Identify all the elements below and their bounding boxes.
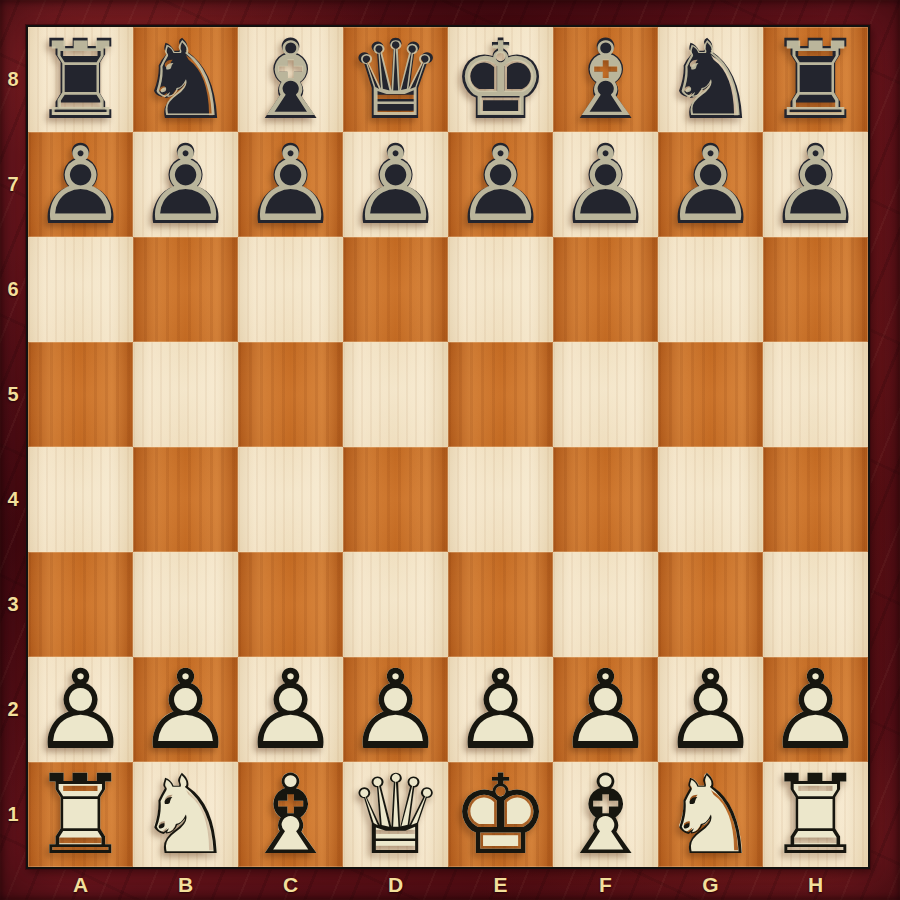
piece-white-queen[interactable]: ♛♕: [343, 762, 448, 867]
square-f5[interactable]: [553, 342, 658, 447]
square-e6[interactable]: [448, 237, 553, 342]
white-queen-detail-glyph: ♕: [343, 762, 448, 867]
piece-black-pawn[interactable]: ♟♙: [448, 132, 553, 237]
piece-black-knight[interactable]: ♞♘: [133, 27, 238, 132]
white-pawn-detail-glyph: ♙: [448, 657, 553, 762]
piece-white-bishop[interactable]: ♝♗: [553, 762, 658, 867]
piece-white-pawn[interactable]: ♟♙: [238, 657, 343, 762]
square-a4[interactable]: [28, 447, 133, 552]
piece-white-king[interactable]: ♚♔: [448, 762, 553, 867]
piece-white-pawn[interactable]: ♟♙: [448, 657, 553, 762]
square-b2[interactable]: ♟♙: [133, 657, 238, 762]
black-knight-detail-glyph: ♘: [662, 31, 760, 129]
square-g4[interactable]: [658, 447, 763, 552]
square-g8[interactable]: ♞♘: [658, 27, 763, 132]
square-a1[interactable]: ♜♖: [28, 762, 133, 867]
square-d1[interactable]: ♛♕: [343, 762, 448, 867]
piece-black-pawn[interactable]: ♟♙: [28, 132, 133, 237]
square-b4[interactable]: [133, 447, 238, 552]
piece-white-pawn[interactable]: ♟♙: [133, 657, 238, 762]
square-e2[interactable]: ♟♙: [448, 657, 553, 762]
square-f6[interactable]: [553, 237, 658, 342]
square-f2[interactable]: ♟♙: [553, 657, 658, 762]
rank-label-4: 4: [0, 447, 26, 552]
black-knight-detail-glyph: ♘: [137, 31, 235, 129]
square-e1[interactable]: ♚♔: [448, 762, 553, 867]
black-queen-detail-glyph: ♕: [347, 31, 445, 129]
square-e3[interactable]: [448, 552, 553, 657]
piece-black-pawn[interactable]: ♟♙: [553, 132, 658, 237]
square-a8[interactable]: ♜♖: [28, 27, 133, 132]
square-f7[interactable]: ♟♙: [553, 132, 658, 237]
piece-white-pawn[interactable]: ♟♙: [763, 657, 868, 762]
black-bishop-detail-glyph: ♗: [557, 31, 655, 129]
white-king-detail-glyph: ♔: [448, 762, 553, 867]
square-e7[interactable]: ♟♙: [448, 132, 553, 237]
square-h5[interactable]: [763, 342, 868, 447]
square-d5[interactable]: [343, 342, 448, 447]
square-g7[interactable]: ♟♙: [658, 132, 763, 237]
piece-white-pawn[interactable]: ♟♙: [28, 657, 133, 762]
square-d6[interactable]: [343, 237, 448, 342]
square-a6[interactable]: [28, 237, 133, 342]
square-c3[interactable]: [238, 552, 343, 657]
piece-black-pawn[interactable]: ♟♙: [133, 132, 238, 237]
piece-black-knight[interactable]: ♞♘: [658, 27, 763, 132]
square-h7[interactable]: ♟♙: [763, 132, 868, 237]
black-pawn-detail-glyph: ♙: [452, 136, 550, 234]
rank-label-8: 8: [0, 27, 26, 132]
square-c8[interactable]: ♝♗: [238, 27, 343, 132]
square-d4[interactable]: [343, 447, 448, 552]
black-pawn-detail-glyph: ♙: [347, 136, 445, 234]
black-rook-detail-glyph: ♖: [767, 31, 865, 129]
square-e4[interactable]: [448, 447, 553, 552]
piece-white-bishop[interactable]: ♝♗: [238, 762, 343, 867]
black-pawn-detail-glyph: ♙: [557, 136, 655, 234]
square-f1[interactable]: ♝♗: [553, 762, 658, 867]
square-b6[interactable]: [133, 237, 238, 342]
chess-board: ♜♖♞♘♝♗♛♕♚♔♝♗♞♘♜♖♟♙♟♙♟♙♟♙♟♙♟♙♟♙♟♙♟♙♟♙♟♙♟♙…: [26, 25, 870, 869]
square-e5[interactable]: [448, 342, 553, 447]
piece-black-rook[interactable]: ♜♖: [763, 27, 868, 132]
rank-label-6: 6: [0, 237, 26, 342]
square-g6[interactable]: [658, 237, 763, 342]
white-knight-detail-glyph: ♘: [658, 762, 763, 867]
piece-white-pawn[interactable]: ♟♙: [343, 657, 448, 762]
square-a7[interactable]: ♟♙: [28, 132, 133, 237]
black-pawn-detail-glyph: ♙: [137, 136, 235, 234]
white-pawn-detail-glyph: ♙: [343, 657, 448, 762]
square-h8[interactable]: ♜♖: [763, 27, 868, 132]
square-d8[interactable]: ♛♕: [343, 27, 448, 132]
square-c6[interactable]: [238, 237, 343, 342]
white-pawn-detail-glyph: ♙: [658, 657, 763, 762]
chessboard-app: ♜♖♞♘♝♗♛♕♚♔♝♗♞♘♜♖♟♙♟♙♟♙♟♙♟♙♟♙♟♙♟♙♟♙♟♙♟♙♟♙…: [0, 0, 900, 900]
square-f3[interactable]: [553, 552, 658, 657]
piece-black-pawn[interactable]: ♟♙: [658, 132, 763, 237]
square-g2[interactable]: ♟♙: [658, 657, 763, 762]
square-c5[interactable]: [238, 342, 343, 447]
square-g5[interactable]: [658, 342, 763, 447]
square-c2[interactable]: ♟♙: [238, 657, 343, 762]
square-a5[interactable]: [28, 342, 133, 447]
square-e8[interactable]: ♚♔: [448, 27, 553, 132]
black-king-detail-glyph: ♔: [452, 31, 550, 129]
black-rook-detail-glyph: ♖: [32, 31, 130, 129]
square-h1[interactable]: ♜♖: [763, 762, 868, 867]
square-c4[interactable]: [238, 447, 343, 552]
white-pawn-detail-glyph: ♙: [763, 657, 868, 762]
piece-black-king[interactable]: ♚♔: [448, 27, 553, 132]
piece-black-bishop[interactable]: ♝♗: [553, 27, 658, 132]
white-bishop-detail-glyph: ♗: [553, 762, 658, 867]
square-b3[interactable]: [133, 552, 238, 657]
square-h6[interactable]: [763, 237, 868, 342]
white-bishop-detail-glyph: ♗: [238, 762, 343, 867]
square-h2[interactable]: ♟♙: [763, 657, 868, 762]
piece-black-rook[interactable]: ♜♖: [28, 27, 133, 132]
square-d2[interactable]: ♟♙: [343, 657, 448, 762]
square-d3[interactable]: [343, 552, 448, 657]
square-a3[interactable]: [28, 552, 133, 657]
square-f8[interactable]: ♝♗: [553, 27, 658, 132]
piece-black-pawn[interactable]: ♟♙: [343, 132, 448, 237]
piece-white-rook[interactable]: ♜♖: [763, 762, 868, 867]
square-h4[interactable]: [763, 447, 868, 552]
piece-white-pawn[interactable]: ♟♙: [553, 657, 658, 762]
piece-white-knight[interactable]: ♞♘: [133, 762, 238, 867]
square-b7[interactable]: ♟♙: [133, 132, 238, 237]
piece-black-pawn[interactable]: ♟♙: [763, 132, 868, 237]
square-d7[interactable]: ♟♙: [343, 132, 448, 237]
white-pawn-detail-glyph: ♙: [238, 657, 343, 762]
square-f4[interactable]: [553, 447, 658, 552]
square-g1[interactable]: ♞♘: [658, 762, 763, 867]
rank-label-2: 2: [0, 657, 26, 762]
rank-label-3: 3: [0, 552, 26, 657]
square-c1[interactable]: ♝♗: [238, 762, 343, 867]
square-b8[interactable]: ♞♘: [133, 27, 238, 132]
rank-label-1: 1: [0, 762, 26, 867]
black-pawn-detail-glyph: ♙: [242, 136, 340, 234]
piece-black-queen[interactable]: ♛♕: [343, 27, 448, 132]
white-rook-detail-glyph: ♖: [28, 762, 133, 867]
square-b1[interactable]: ♞♘: [133, 762, 238, 867]
white-rook-detail-glyph: ♖: [763, 762, 868, 867]
black-bishop-detail-glyph: ♗: [242, 31, 340, 129]
square-h3[interactable]: [763, 552, 868, 657]
piece-white-knight[interactable]: ♞♘: [658, 762, 763, 867]
square-g3[interactable]: [658, 552, 763, 657]
piece-black-bishop[interactable]: ♝♗: [238, 27, 343, 132]
square-c7[interactable]: ♟♙: [238, 132, 343, 237]
rank-label-5: 5: [0, 342, 26, 447]
white-pawn-detail-glyph: ♙: [553, 657, 658, 762]
piece-white-rook[interactable]: ♜♖: [28, 762, 133, 867]
white-pawn-detail-glyph: ♙: [28, 657, 133, 762]
square-b5[interactable]: [133, 342, 238, 447]
white-knight-detail-glyph: ♘: [133, 762, 238, 867]
white-pawn-detail-glyph: ♙: [133, 657, 238, 762]
black-pawn-detail-glyph: ♙: [662, 136, 760, 234]
black-pawn-detail-glyph: ♙: [767, 136, 865, 234]
piece-black-pawn[interactable]: ♟♙: [238, 132, 343, 237]
rank-label-7: 7: [0, 132, 26, 237]
square-a2[interactable]: ♟♙: [28, 657, 133, 762]
black-pawn-detail-glyph: ♙: [32, 136, 130, 234]
piece-white-pawn[interactable]: ♟♙: [658, 657, 763, 762]
